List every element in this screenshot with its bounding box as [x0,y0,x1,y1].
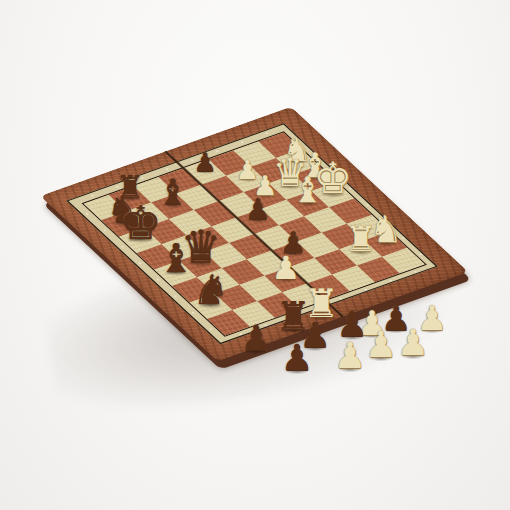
photo-background: ♞♚♝♞♜♛♝♟♟♟♟♟♟♛♝♜♞♝♚♞♟♜♟♟♟♟♜♟♟♟♟♟ [0,0,510,510]
